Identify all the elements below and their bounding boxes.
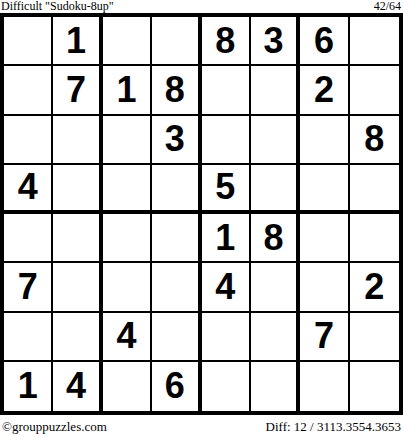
cell-r3c4[interactable]: 3 [152, 116, 201, 165]
cell-r7c6[interactable] [251, 313, 300, 362]
cell-r6c6[interactable] [251, 263, 300, 312]
difficulty-text: Diff: 12 / 3113.3554.3653 [266, 419, 401, 434]
cell-r1c6[interactable]: 3 [251, 17, 300, 66]
cell-r1c5[interactable]: 8 [202, 17, 251, 66]
cell-r8c3[interactable] [103, 362, 152, 411]
cell-r3c2[interactable] [53, 116, 102, 165]
blank-count-badge: 42/64 [374, 0, 401, 12]
cell-r8c8[interactable] [350, 362, 399, 411]
cell-r5c6[interactable]: 8 [251, 214, 300, 263]
cell-r6c7[interactable] [300, 263, 349, 312]
cell-r7c2[interactable] [53, 313, 102, 362]
cell-r1c8[interactable] [350, 17, 399, 66]
cell-r4c6[interactable] [251, 165, 300, 214]
cell-r6c5[interactable]: 4 [202, 263, 251, 312]
cell-r6c2[interactable] [53, 263, 102, 312]
puzzle-title: Difficult "Sudoku-8up" [1, 0, 114, 12]
cell-r6c8[interactable]: 2 [350, 263, 399, 312]
cell-r5c7[interactable] [300, 214, 349, 263]
cell-r5c2[interactable] [53, 214, 102, 263]
cell-r1c3[interactable] [103, 17, 152, 66]
cell-r8c1[interactable]: 1 [4, 362, 53, 411]
cell-r2c6[interactable] [251, 66, 300, 115]
cell-r4c2[interactable] [53, 165, 102, 214]
cell-r3c3[interactable] [103, 116, 152, 165]
cell-r3c5[interactable] [202, 116, 251, 165]
cell-r6c4[interactable] [152, 263, 201, 312]
cell-r4c1[interactable]: 4 [4, 165, 53, 214]
footer: ©grouppuzzles.com Diff: 12 / 3113.3554.3… [0, 419, 403, 434]
cell-r5c8[interactable] [350, 214, 399, 263]
cell-r3c8[interactable]: 8 [350, 116, 399, 165]
cell-r2c1[interactable] [4, 66, 53, 115]
cell-r5c3[interactable] [103, 214, 152, 263]
cell-r7c3[interactable]: 4 [103, 313, 152, 362]
cell-r4c8[interactable] [350, 165, 399, 214]
cell-r3c7[interactable] [300, 116, 349, 165]
cell-r4c5[interactable]: 5 [202, 165, 251, 214]
cell-r8c5[interactable] [202, 362, 251, 411]
cell-r3c6[interactable] [251, 116, 300, 165]
cell-r7c4[interactable] [152, 313, 201, 362]
copyright-text: ©grouppuzzles.com [2, 419, 107, 434]
cell-r1c7[interactable]: 6 [300, 17, 349, 66]
cell-r7c8[interactable] [350, 313, 399, 362]
cell-r7c5[interactable] [202, 313, 251, 362]
cell-r2c3[interactable]: 1 [103, 66, 152, 115]
cell-r5c4[interactable] [152, 214, 201, 263]
cell-r6c3[interactable] [103, 263, 152, 312]
header: Difficult "Sudoku-8up" 42/64 [0, 0, 403, 13]
cell-r3c1[interactable] [4, 116, 53, 165]
cell-r1c4[interactable] [152, 17, 201, 66]
cell-r5c5[interactable]: 1 [202, 214, 251, 263]
cell-r1c1[interactable] [4, 17, 53, 66]
cell-r2c4[interactable]: 8 [152, 66, 201, 115]
cell-r1c2[interactable]: 1 [53, 17, 102, 66]
cell-r2c7[interactable]: 2 [300, 66, 349, 115]
cell-r8c7[interactable] [300, 362, 349, 411]
cell-r4c4[interactable] [152, 165, 201, 214]
cell-r8c6[interactable] [251, 362, 300, 411]
cell-r6c1[interactable]: 7 [4, 263, 53, 312]
cell-r7c7[interactable]: 7 [300, 313, 349, 362]
cell-r8c4[interactable]: 6 [152, 362, 201, 411]
cell-r8c2[interactable]: 4 [53, 362, 102, 411]
cell-r4c7[interactable] [300, 165, 349, 214]
puzzle-page: Difficult "Sudoku-8up" 42/64 18367182384… [0, 0, 403, 437]
cell-r2c8[interactable] [350, 66, 399, 115]
sudoku-grid: 1836718238451874247146 [0, 13, 403, 415]
cell-r2c2[interactable]: 7 [53, 66, 102, 115]
cell-r5c1[interactable] [4, 214, 53, 263]
cell-r7c1[interactable] [4, 313, 53, 362]
cell-r4c3[interactable] [103, 165, 152, 214]
cell-r2c5[interactable] [202, 66, 251, 115]
